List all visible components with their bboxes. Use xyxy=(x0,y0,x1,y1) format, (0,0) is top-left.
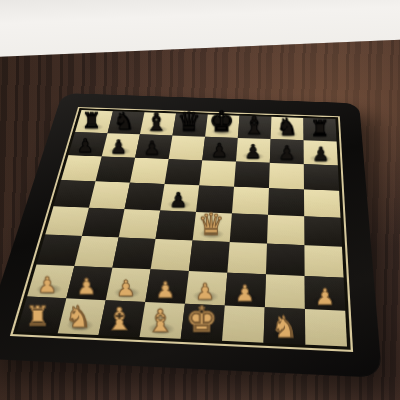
piece-shadow xyxy=(307,293,343,309)
piece-shadow xyxy=(272,151,302,163)
square-a1: ♜ xyxy=(17,297,66,334)
piece-shadow xyxy=(207,126,237,137)
square-e6 xyxy=(199,160,236,186)
square-f5 xyxy=(232,187,269,215)
piece-shadow xyxy=(195,227,229,241)
piece-shadow xyxy=(110,122,141,133)
piece-shadow xyxy=(69,283,107,299)
piece-shadow xyxy=(71,144,103,155)
square-e1: ♚ xyxy=(181,304,225,341)
piece-shadow xyxy=(187,288,223,304)
square-b4 xyxy=(82,208,125,238)
square-g5 xyxy=(268,188,304,216)
chess-board-grid: ♜♞♝♛♚♝♞♜♟♟♟♟♟♟♟♟♛♟♟♟♟♟♟♟♜♞♝♝♚♞ xyxy=(13,108,351,350)
square-c5 xyxy=(124,183,164,211)
square-d1: ♝ xyxy=(140,302,185,339)
square-d5: ♟ xyxy=(160,184,199,212)
piece-shadow xyxy=(77,121,108,132)
white-pawn-f2: ♟ xyxy=(235,282,255,304)
piece-shadow xyxy=(305,129,334,140)
photo-scene: ♜♞♝♛♚♝♞♜♟♟♟♟♟♟♟♟♛♟♟♟♟♟♟♟♜♞♝♝♚♞ xyxy=(0,0,400,400)
square-a6 xyxy=(61,155,102,181)
square-g2 xyxy=(265,274,305,309)
piece-shadow xyxy=(20,314,60,331)
square-f6 xyxy=(234,162,270,188)
square-d2: ♟ xyxy=(145,269,189,303)
piece-shadow xyxy=(142,124,172,135)
square-h5 xyxy=(304,189,341,217)
piece-shadow xyxy=(163,198,196,211)
square-c3 xyxy=(112,237,155,269)
square-e4: ♛ xyxy=(193,212,232,242)
square-g8: ♞ xyxy=(271,117,304,141)
square-h3 xyxy=(304,245,343,277)
square-f2: ♟ xyxy=(225,273,266,308)
square-e8: ♚ xyxy=(205,115,239,138)
piece-shadow xyxy=(137,146,168,158)
piece-shadow xyxy=(183,322,221,339)
square-h8: ♜ xyxy=(303,118,336,142)
square-e5 xyxy=(196,185,234,213)
square-f4 xyxy=(230,213,268,243)
square-h1 xyxy=(305,309,347,347)
black-bishop-c8: ♝ xyxy=(145,109,167,133)
square-d6 xyxy=(165,159,203,185)
square-f8: ♝ xyxy=(238,116,272,139)
square-e3 xyxy=(189,240,230,272)
piece-shadow xyxy=(266,325,303,343)
square-d4 xyxy=(156,211,196,241)
square-f1 xyxy=(222,305,265,342)
square-f7: ♟ xyxy=(236,138,271,163)
piece-shadow xyxy=(142,320,180,337)
piece-shadow xyxy=(273,128,302,139)
square-f3 xyxy=(227,242,267,274)
piece-shadow xyxy=(60,316,99,333)
piece-shadow xyxy=(238,150,268,162)
chess-board-frame: ♜♞♝♛♚♝♞♜♟♟♟♟♟♟♟♟♛♟♟♟♟♟♟♟♜♞♝♝♚♞ xyxy=(0,93,382,378)
square-c6 xyxy=(130,158,169,184)
piece-shadow xyxy=(175,125,205,136)
square-b3 xyxy=(74,236,118,268)
square-g3 xyxy=(266,244,305,276)
square-b8: ♞ xyxy=(107,111,144,134)
square-g7: ♟ xyxy=(270,139,304,164)
square-b7: ♟ xyxy=(102,133,140,158)
square-g1: ♞ xyxy=(264,307,306,344)
piece-shadow xyxy=(227,290,263,306)
piece-shadow xyxy=(148,286,185,302)
piece-shadow xyxy=(30,281,68,297)
square-d3 xyxy=(151,239,193,271)
square-c8: ♝ xyxy=(140,112,176,135)
square-a4 xyxy=(45,206,89,236)
square-c1: ♝ xyxy=(99,300,146,337)
piece-shadow xyxy=(108,284,145,300)
square-h7: ♟ xyxy=(304,140,338,165)
square-b5 xyxy=(89,181,130,209)
square-a5 xyxy=(53,180,95,208)
square-e7: ♟ xyxy=(202,137,238,162)
square-h4 xyxy=(304,216,342,246)
square-g6 xyxy=(269,163,304,190)
square-c4 xyxy=(119,209,161,239)
square-e2: ♟ xyxy=(185,271,227,305)
square-b6 xyxy=(96,156,136,182)
square-b2: ♟ xyxy=(66,266,112,300)
square-g4 xyxy=(267,215,304,245)
square-d8: ♛ xyxy=(172,113,207,136)
white-pawn-c2: ♟ xyxy=(116,277,136,299)
piece-shadow xyxy=(204,149,234,161)
square-h2: ♟ xyxy=(305,276,346,311)
piece-shadow xyxy=(306,153,336,165)
piece-shadow xyxy=(104,145,136,157)
square-a2: ♟ xyxy=(27,264,74,298)
square-c2: ♟ xyxy=(106,268,151,302)
square-d7 xyxy=(169,136,205,161)
square-h6 xyxy=(304,164,339,191)
square-c7: ♟ xyxy=(135,134,172,159)
piece-shadow xyxy=(101,318,140,335)
piece-shadow xyxy=(240,127,269,138)
